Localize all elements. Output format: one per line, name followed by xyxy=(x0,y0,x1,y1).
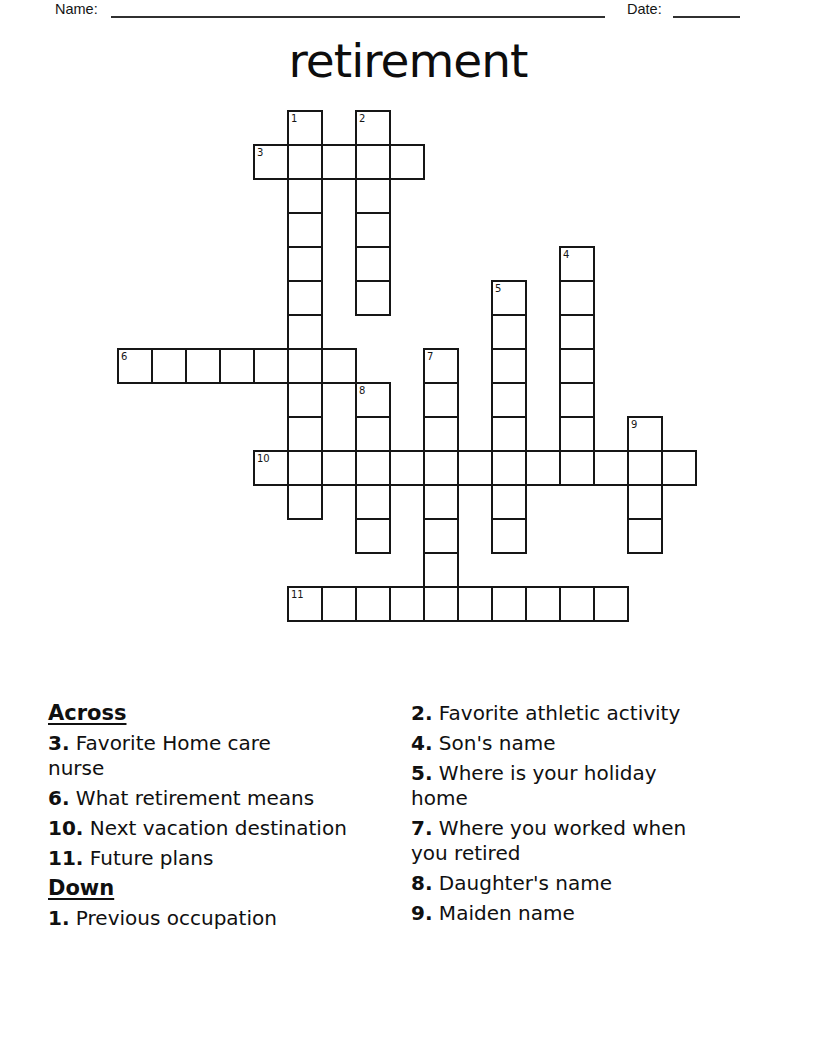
grid-cell[interactable] xyxy=(559,348,595,384)
clue-number-label: 9. xyxy=(411,901,433,925)
clue-number-label: 11. xyxy=(48,846,83,870)
grid-cell[interactable] xyxy=(491,416,527,452)
cell-clue-number: 8 xyxy=(359,386,365,396)
clue-text: What retirement means xyxy=(70,786,315,810)
grid-cell[interactable] xyxy=(355,450,391,486)
clue-down-2: 2. Favorite athletic activity xyxy=(411,701,803,726)
cell-clue-number: 2 xyxy=(359,114,365,124)
grid-cell[interactable] xyxy=(423,552,459,588)
grid-cell[interactable] xyxy=(321,348,357,384)
grid-cell[interactable] xyxy=(423,450,459,486)
grid-cell[interactable] xyxy=(355,586,391,622)
grid-cell[interactable] xyxy=(559,280,595,316)
grid-cell[interactable] xyxy=(287,484,323,520)
clue-number-label: 3. xyxy=(48,731,70,755)
puzzle-title: retirement xyxy=(0,36,816,86)
grid-cell[interactable] xyxy=(151,348,187,384)
clue-number-label: 8. xyxy=(411,871,433,895)
grid-cell[interactable] xyxy=(321,586,357,622)
grid-cell[interactable] xyxy=(525,586,561,622)
grid-cell[interactable] xyxy=(287,212,323,248)
grid-cell[interactable] xyxy=(491,450,527,486)
clues-column-right: 2. Favorite athletic activity4. Son's na… xyxy=(411,701,803,931)
date-label: Date: xyxy=(627,1,662,17)
grid-cell[interactable] xyxy=(321,144,357,180)
grid-cell[interactable] xyxy=(457,586,493,622)
grid-cell[interactable] xyxy=(559,314,595,350)
clue-across-3: 3. Favorite Home care nurse xyxy=(48,731,406,781)
cell-clue-number: 10 xyxy=(257,454,270,464)
grid-cell[interactable] xyxy=(355,144,391,180)
clue-text: Where is your holiday home xyxy=(411,761,657,810)
grid-cell[interactable] xyxy=(423,518,459,554)
cell-clue-number: 4 xyxy=(563,250,569,260)
clue-text: Previous occupation xyxy=(70,906,277,930)
grid-cell[interactable] xyxy=(287,246,323,282)
grid-cell[interactable] xyxy=(287,280,323,316)
grid-cell[interactable] xyxy=(287,144,323,180)
date-input-line[interactable] xyxy=(673,0,740,18)
clue-number-label: 5. xyxy=(411,761,433,785)
grid-cell[interactable] xyxy=(559,586,595,622)
clue-across-11: 11. Future plans xyxy=(48,846,406,871)
clue-text: Favorite athletic activity xyxy=(433,701,681,725)
grid-cell[interactable] xyxy=(627,450,663,486)
clue-number-label: 10. xyxy=(48,816,83,840)
grid-cell[interactable] xyxy=(253,348,289,384)
grid-cell[interactable] xyxy=(457,450,493,486)
grid-cell[interactable] xyxy=(355,178,391,214)
grid-cell[interactable] xyxy=(423,484,459,520)
grid-cell[interactable] xyxy=(593,586,629,622)
grid-cell[interactable] xyxy=(423,586,459,622)
grid-cell[interactable] xyxy=(355,280,391,316)
grid-cell[interactable] xyxy=(287,382,323,418)
name-label: Name: xyxy=(55,1,98,17)
grid-cell[interactable] xyxy=(287,314,323,350)
cell-clue-number: 9 xyxy=(631,420,637,430)
grid-cell[interactable] xyxy=(525,450,561,486)
grid-cell[interactable] xyxy=(627,518,663,554)
cell-clue-number: 5 xyxy=(495,284,501,294)
cell-clue-number: 3 xyxy=(257,148,263,158)
clue-text: Where you worked when you retired xyxy=(411,816,686,865)
grid-cell[interactable] xyxy=(423,416,459,452)
grid-cell[interactable] xyxy=(287,348,323,384)
cell-clue-number: 6 xyxy=(121,352,127,362)
cell-clue-number: 1 xyxy=(291,114,297,124)
down-header: Down xyxy=(48,876,406,901)
clue-text: Maiden name xyxy=(433,901,575,925)
grid-cell[interactable] xyxy=(389,144,425,180)
grid-cell[interactable] xyxy=(321,450,357,486)
clue-down-9: 9. Maiden name xyxy=(411,901,803,926)
grid-cell[interactable] xyxy=(355,246,391,282)
clue-number-label: 4. xyxy=(411,731,433,755)
grid-cell[interactable] xyxy=(389,450,425,486)
clues-column-left: Across3. Favorite Home care nurse6. What… xyxy=(48,701,406,936)
grid-cell[interactable] xyxy=(559,450,595,486)
clue-number-label: 1. xyxy=(48,906,70,930)
clue-down-4: 4. Son's name xyxy=(411,731,803,756)
grid-cell[interactable] xyxy=(287,416,323,452)
clue-text: Daughter's name xyxy=(433,871,612,895)
clue-down-7: 7. Where you worked when you retired xyxy=(411,816,803,866)
grid-cell[interactable] xyxy=(355,212,391,248)
worksheet-page: Name: Date: retirement 1234567891011 Acr… xyxy=(0,0,816,1056)
grid-cell[interactable] xyxy=(389,586,425,622)
cell-clue-number: 11 xyxy=(291,590,304,600)
clue-across-6: 6. What retirement means xyxy=(48,786,406,811)
clue-text: Future plans xyxy=(83,846,213,870)
grid-cell[interactable] xyxy=(355,416,391,452)
grid-cell[interactable] xyxy=(559,416,595,452)
grid-cell[interactable] xyxy=(219,348,255,384)
clue-number-label: 2. xyxy=(411,701,433,725)
clue-down-8: 8. Daughter's name xyxy=(411,871,803,896)
grid-cell[interactable] xyxy=(423,382,459,418)
grid-cell[interactable] xyxy=(559,382,595,418)
grid-cell[interactable] xyxy=(287,450,323,486)
grid-cell[interactable] xyxy=(661,450,697,486)
clue-number-label: 6. xyxy=(48,786,70,810)
clue-text: Son's name xyxy=(433,731,556,755)
clue-across-10: 10. Next vacation destination xyxy=(48,816,406,841)
grid-cell[interactable] xyxy=(491,484,527,520)
clue-number-label: 7. xyxy=(411,816,433,840)
grid-cell[interactable] xyxy=(491,348,527,384)
grid-cell[interactable] xyxy=(491,382,527,418)
crossword-board: 1234567891011 xyxy=(117,110,697,622)
grid-cell[interactable] xyxy=(627,484,663,520)
clue-down-5: 5. Where is your holiday home xyxy=(411,761,803,811)
clue-text: Next vacation destination xyxy=(83,816,346,840)
name-input-line[interactable] xyxy=(111,0,605,18)
grid-cell[interactable] xyxy=(491,314,527,350)
grid-cell[interactable] xyxy=(185,348,221,384)
grid-cell[interactable] xyxy=(491,586,527,622)
grid-cell[interactable] xyxy=(287,178,323,214)
grid-cell[interactable] xyxy=(355,484,391,520)
grid-cell[interactable] xyxy=(491,518,527,554)
cell-clue-number: 7 xyxy=(427,352,433,362)
grid-cell[interactable] xyxy=(355,518,391,554)
clue-down-1: 1. Previous occupation xyxy=(48,906,406,931)
grid-cell[interactable] xyxy=(593,450,629,486)
clue-text: Favorite Home care nurse xyxy=(48,731,271,780)
across-header: Across xyxy=(48,701,406,726)
